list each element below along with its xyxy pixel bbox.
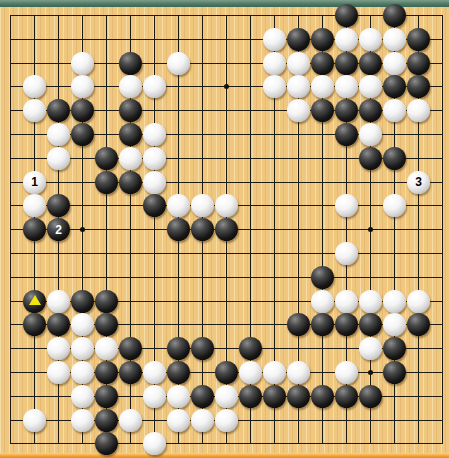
white-stone: [407, 99, 430, 122]
black-stone: [311, 385, 334, 408]
white-stone: [23, 75, 46, 98]
white-stone: [407, 290, 430, 313]
black-stone: [287, 385, 310, 408]
black-stone: [119, 52, 142, 75]
white-stone: [167, 194, 190, 217]
black-stone: [383, 4, 406, 27]
white-stone: [215, 194, 238, 217]
black-stone: [239, 385, 262, 408]
black-stone: [359, 99, 382, 122]
black-stone: [71, 99, 94, 122]
white-stone: [263, 361, 286, 384]
black-stone: [191, 385, 214, 408]
black-stone: [383, 75, 406, 98]
star-point: [80, 227, 85, 232]
white-stone: [167, 385, 190, 408]
white-stone: 1: [23, 171, 46, 194]
white-stone: [23, 99, 46, 122]
black-stone: [335, 4, 358, 27]
black-stone: [335, 313, 358, 336]
black-stone: [263, 385, 286, 408]
black-stone: [359, 147, 382, 170]
black-stone: [359, 313, 382, 336]
white-stone: [71, 385, 94, 408]
black-stone: [215, 361, 238, 384]
white-stone: [143, 75, 166, 98]
black-stone: [95, 432, 118, 455]
white-stone: [359, 75, 382, 98]
white-stone: [143, 123, 166, 146]
white-stone: [143, 432, 166, 455]
white-stone: [311, 75, 334, 98]
white-stone: [71, 361, 94, 384]
black-stone: [95, 290, 118, 313]
black-stone: [143, 194, 166, 217]
white-stone: [47, 290, 70, 313]
black-stone: [311, 313, 334, 336]
white-stone: [359, 28, 382, 51]
white-stone: [383, 290, 406, 313]
white-stone: [383, 194, 406, 217]
black-stone: [167, 361, 190, 384]
window-border-bottom: [0, 453, 449, 458]
black-stone: [119, 361, 142, 384]
white-stone: [71, 52, 94, 75]
white-stone: [167, 409, 190, 432]
black-stone: [71, 123, 94, 146]
black-stone: [47, 99, 70, 122]
white-stone: [335, 361, 358, 384]
black-stone: [23, 313, 46, 336]
black-stone: [407, 52, 430, 75]
window-border-top: [0, 0, 449, 7]
white-stone: [335, 28, 358, 51]
white-stone: [287, 75, 310, 98]
white-stone: [47, 337, 70, 360]
move-number-label: 3: [407, 171, 430, 194]
white-stone: 3: [407, 171, 430, 194]
black-stone: [359, 385, 382, 408]
black-stone: [167, 218, 190, 241]
star-point: [224, 84, 229, 89]
white-stone: [335, 194, 358, 217]
white-stone: [359, 290, 382, 313]
white-stone: [143, 171, 166, 194]
white-stone: [215, 385, 238, 408]
white-stone: [383, 28, 406, 51]
white-stone: [119, 147, 142, 170]
white-stone: [335, 75, 358, 98]
black-stone: [311, 52, 334, 75]
star-point: [368, 370, 373, 375]
black-stone: [407, 75, 430, 98]
black-stone: [407, 313, 430, 336]
black-stone: [167, 337, 190, 360]
white-stone: [143, 385, 166, 408]
white-stone: [383, 99, 406, 122]
go-board[interactable]: 132: [0, 0, 449, 458]
white-stone: [287, 52, 310, 75]
black-stone: [359, 52, 382, 75]
black-stone: [383, 361, 406, 384]
white-stone: [383, 52, 406, 75]
black-stone: [239, 337, 262, 360]
black-stone: [383, 147, 406, 170]
white-stone: [359, 337, 382, 360]
white-stone: [71, 337, 94, 360]
black-stone: [95, 409, 118, 432]
white-stone: [167, 52, 190, 75]
white-stone: [23, 409, 46, 432]
star-point: [368, 227, 373, 232]
grid-line-horizontal: [10, 277, 443, 278]
move-number-label: 2: [47, 218, 70, 241]
triangle-marker: [29, 295, 41, 305]
black-stone: [287, 28, 310, 51]
black-stone: [95, 361, 118, 384]
black-stone: [311, 99, 334, 122]
white-stone: [191, 194, 214, 217]
black-stone: 2: [47, 218, 70, 241]
black-stone: [191, 218, 214, 241]
white-stone: [71, 409, 94, 432]
black-stone: [119, 337, 142, 360]
white-stone: [71, 313, 94, 336]
white-stone: [47, 123, 70, 146]
white-stone: [215, 409, 238, 432]
black-stone: [47, 313, 70, 336]
black-stone: [95, 171, 118, 194]
white-stone: [143, 361, 166, 384]
black-stone: [407, 28, 430, 51]
move-number-label: 1: [23, 171, 46, 194]
black-stone: [335, 385, 358, 408]
black-stone: [95, 147, 118, 170]
black-stone: [335, 52, 358, 75]
white-stone: [335, 242, 358, 265]
black-stone: [311, 28, 334, 51]
black-stone: [23, 218, 46, 241]
white-stone: [47, 361, 70, 384]
white-stone: [239, 361, 262, 384]
grid-line-vertical: [442, 15, 443, 444]
black-stone: [23, 290, 46, 313]
white-stone: [263, 52, 286, 75]
black-stone: [191, 337, 214, 360]
grid-line-horizontal: [10, 253, 443, 254]
black-stone: [47, 194, 70, 217]
white-stone: [335, 290, 358, 313]
white-stone: [95, 337, 118, 360]
white-stone: [119, 75, 142, 98]
white-stone: [23, 194, 46, 217]
black-stone: [335, 123, 358, 146]
white-stone: [287, 361, 310, 384]
black-stone: [215, 218, 238, 241]
white-stone: [287, 99, 310, 122]
white-stone: [263, 28, 286, 51]
black-stone: [119, 171, 142, 194]
white-stone: [263, 75, 286, 98]
black-stone: [95, 313, 118, 336]
black-stone: [383, 337, 406, 360]
white-stone: [47, 147, 70, 170]
white-stone: [359, 123, 382, 146]
white-stone: [143, 147, 166, 170]
black-stone: [287, 313, 310, 336]
black-stone: [95, 385, 118, 408]
black-stone: [311, 266, 334, 289]
black-stone: [71, 290, 94, 313]
white-stone: [383, 313, 406, 336]
white-stone: [311, 290, 334, 313]
white-stone: [71, 75, 94, 98]
black-stone: [335, 99, 358, 122]
white-stone: [191, 409, 214, 432]
black-stone: [119, 123, 142, 146]
black-stone: [119, 99, 142, 122]
white-stone: [119, 409, 142, 432]
grid-line-horizontal: [10, 443, 443, 444]
